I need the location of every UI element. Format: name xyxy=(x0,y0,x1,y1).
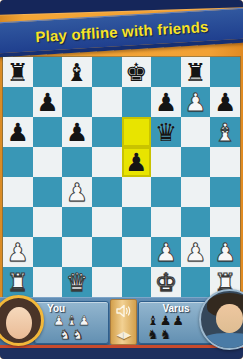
square-b1[interactable] xyxy=(33,267,63,297)
black-pawn-piece: ♟ xyxy=(36,90,58,115)
square-b7[interactable]: ♟ xyxy=(33,87,63,117)
captured-row: ♟♝♟ xyxy=(35,313,108,327)
square-d8[interactable] xyxy=(92,57,122,87)
prev-move-arrow-icon[interactable]: ◀ xyxy=(117,329,124,340)
square-h7[interactable]: ♟ xyxy=(210,87,240,117)
square-g5[interactable] xyxy=(181,147,211,177)
square-f3[interactable] xyxy=(151,207,181,237)
square-f7[interactable]: ♟ xyxy=(151,87,181,117)
square-d7[interactable] xyxy=(92,87,122,117)
sound-button[interactable] xyxy=(116,304,132,318)
square-h4[interactable] xyxy=(210,177,240,207)
square-a8[interactable]: ♜ xyxy=(3,57,33,87)
black-pawn-piece: ♟ xyxy=(125,150,147,175)
square-d6[interactable] xyxy=(92,117,122,147)
square-d3[interactable] xyxy=(92,207,122,237)
black-rook-piece: ♜ xyxy=(7,60,29,85)
captured-black-knight-icon: ♞ xyxy=(147,328,159,341)
square-b2[interactable] xyxy=(33,237,63,267)
square-c8[interactable]: ♝ xyxy=(62,57,92,87)
square-c1[interactable]: ♛ xyxy=(62,267,92,297)
square-g1[interactable] xyxy=(181,267,211,297)
promo-banner: Play offline with friends xyxy=(0,7,243,57)
black-bishop-piece: ♝ xyxy=(66,60,88,85)
square-b4[interactable] xyxy=(33,177,63,207)
square-g6[interactable] xyxy=(181,117,211,147)
square-a1[interactable]: ♜ xyxy=(3,267,33,297)
square-e7[interactable] xyxy=(122,87,152,117)
square-h3[interactable] xyxy=(210,207,240,237)
captured-white-pawn-icon: ♟ xyxy=(53,314,65,327)
square-h8[interactable] xyxy=(210,57,240,87)
square-b5[interactable] xyxy=(33,147,63,177)
black-queen-piece: ♛ xyxy=(155,120,177,145)
captured-white-knight-icon: ♞ xyxy=(59,328,71,341)
square-c5[interactable] xyxy=(62,147,92,177)
square-c4[interactable]: ♟ xyxy=(62,177,92,207)
square-e1[interactable] xyxy=(122,267,152,297)
white-pawn-piece: ♟ xyxy=(184,240,206,265)
square-e5[interactable]: ♟ xyxy=(122,147,152,177)
square-g2[interactable]: ♟ xyxy=(181,237,211,267)
white-rook-piece: ♜ xyxy=(7,270,29,295)
square-f5[interactable] xyxy=(151,147,181,177)
opponent-avatar-face xyxy=(216,304,243,334)
control-strip: ◀▶ xyxy=(110,299,137,345)
black-pawn-piece: ♟ xyxy=(214,90,236,115)
banner-title: Play offline with friends xyxy=(35,17,209,44)
you-avatar-face xyxy=(6,307,32,339)
square-a5[interactable] xyxy=(3,147,33,177)
square-g7[interactable]: ♟ xyxy=(181,87,211,117)
white-pawn-piece: ♟ xyxy=(214,240,236,265)
square-g8[interactable]: ♜ xyxy=(181,57,211,87)
square-f4[interactable] xyxy=(151,177,181,207)
square-e3[interactable] xyxy=(122,207,152,237)
white-pawn-piece: ♟ xyxy=(184,90,206,115)
bottom-navy-strip xyxy=(0,348,243,359)
captured-black-bishop-icon: ♝ xyxy=(147,314,159,327)
black-rook-piece: ♜ xyxy=(184,60,206,85)
captured-white-knight-icon: ♞ xyxy=(72,328,84,341)
square-f2[interactable]: ♟ xyxy=(151,237,181,267)
square-g4[interactable] xyxy=(181,177,211,207)
square-e2[interactable] xyxy=(122,237,152,267)
white-king-piece: ♚ xyxy=(155,270,177,295)
you-panel: You ♟♝♟♞♞ xyxy=(34,301,109,344)
square-a3[interactable] xyxy=(3,207,33,237)
square-b6[interactable] xyxy=(33,117,63,147)
square-h6[interactable]: ♝ xyxy=(210,117,240,147)
square-d2[interactable] xyxy=(92,237,122,267)
you-captured-tray: ♟♝♟♞♞ xyxy=(35,313,108,341)
white-pawn-piece: ♟ xyxy=(155,240,177,265)
square-f6[interactable]: ♛ xyxy=(151,117,181,147)
chess-board: ♜♝♚♜♟♟♟♟♟♟♛♝♟♟♟♟♟♟♜♛♚♜ xyxy=(3,57,240,297)
square-e4[interactable] xyxy=(122,177,152,207)
app-screen: Play offline with friends ♜♝♚♜♟♟♟♟♟♟♛♝♟♟… xyxy=(0,0,243,359)
square-d1[interactable] xyxy=(92,267,122,297)
captured-white-pawn-icon: ♟ xyxy=(78,314,90,327)
square-f1[interactable]: ♚ xyxy=(151,267,181,297)
captured-black-pawn-icon: ♟ xyxy=(160,314,172,327)
square-e8[interactable]: ♚ xyxy=(122,57,152,87)
white-queen-piece: ♛ xyxy=(66,270,88,295)
captured-white-bishop-icon: ♝ xyxy=(66,314,78,327)
square-f8[interactable] xyxy=(151,57,181,87)
captured-black-pawn-icon: ♟ xyxy=(172,314,184,327)
square-a4[interactable] xyxy=(3,177,33,207)
square-d5[interactable] xyxy=(92,147,122,177)
next-move-arrow-icon[interactable]: ▶ xyxy=(124,329,131,340)
square-g3[interactable] xyxy=(181,207,211,237)
square-c3[interactable] xyxy=(62,207,92,237)
black-pawn-piece: ♟ xyxy=(7,120,29,145)
square-c7[interactable] xyxy=(62,87,92,117)
square-h5[interactable] xyxy=(210,147,240,177)
black-king-piece: ♚ xyxy=(125,60,147,85)
white-bishop-piece: ♝ xyxy=(214,120,236,145)
captured-row: ♞♞ xyxy=(35,327,108,341)
square-d4[interactable] xyxy=(92,177,122,207)
white-pawn-piece: ♟ xyxy=(66,180,88,205)
white-pawn-piece: ♟ xyxy=(7,240,29,265)
square-c2[interactable] xyxy=(62,237,92,267)
square-b8[interactable] xyxy=(33,57,63,87)
black-pawn-piece: ♟ xyxy=(66,120,88,145)
square-a7[interactable] xyxy=(3,87,33,117)
captured-black-knight-icon: ♞ xyxy=(160,328,172,341)
black-pawn-piece: ♟ xyxy=(155,90,177,115)
square-h2[interactable]: ♟ xyxy=(210,237,240,267)
square-c6[interactable]: ♟ xyxy=(62,117,92,147)
square-b3[interactable] xyxy=(33,207,63,237)
square-a6[interactable]: ♟ xyxy=(3,117,33,147)
square-e6[interactable] xyxy=(122,117,152,147)
square-a2[interactable]: ♟ xyxy=(3,237,33,267)
move-nav-buttons[interactable]: ◀▶ xyxy=(117,329,130,340)
speaker-icon xyxy=(116,304,132,318)
